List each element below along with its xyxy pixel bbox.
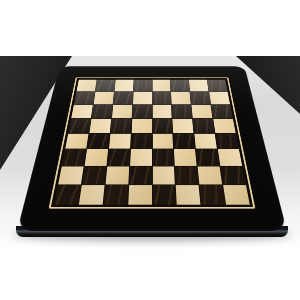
square-d4 [131,133,152,148]
square-c5 [110,119,131,133]
square-a3 [62,149,86,166]
square-g7 [190,92,210,104]
square-d1 [128,185,152,204]
square-c1 [103,185,128,204]
square-f8 [171,80,190,92]
square-b6 [92,105,113,118]
square-f3 [174,149,197,166]
board-grid [54,80,250,205]
square-b2 [82,167,106,185]
square-d7 [133,92,152,104]
square-c8 [114,80,133,92]
square-f5 [173,119,194,133]
square-a7 [74,92,95,104]
square-h8 [208,80,228,92]
square-e4 [152,133,173,148]
square-c6 [112,105,132,118]
square-h4 [216,133,239,148]
square-b3 [84,149,107,166]
square-h1 [223,185,250,204]
product-photo [0,0,300,300]
square-f2 [175,167,199,185]
square-h2 [221,167,246,185]
square-e8 [152,80,170,92]
square-f4 [173,133,195,148]
square-g1 [200,185,226,204]
square-a6 [71,105,92,118]
square-h6 [211,105,232,118]
square-b1 [79,185,105,204]
square-a5 [68,119,90,133]
square-a4 [65,133,88,148]
square-g8 [189,80,208,92]
square-a2 [58,167,83,185]
square-g4 [195,133,218,148]
square-c4 [109,133,131,148]
square-c7 [113,92,132,104]
square-b5 [89,119,111,133]
square-c2 [105,167,129,185]
square-h5 [213,119,235,133]
square-f1 [176,185,201,204]
square-g6 [192,105,213,118]
background-white [0,0,300,56]
square-b4 [87,133,110,148]
square-g5 [193,119,215,133]
square-d2 [129,167,152,185]
square-g3 [196,149,219,166]
square-b7 [94,92,114,104]
square-h3 [218,149,242,166]
square-e3 [152,149,174,166]
square-a1 [54,185,81,204]
square-e7 [152,92,171,104]
square-f6 [172,105,192,118]
square-h7 [209,92,230,104]
square-e5 [152,119,172,133]
square-e1 [152,185,176,204]
square-a8 [77,80,97,92]
square-d6 [132,105,152,118]
square-d3 [130,149,152,166]
square-c3 [107,149,130,166]
square-f7 [171,92,190,104]
square-b8 [95,80,114,92]
square-d8 [133,80,151,92]
square-e6 [152,105,172,118]
board-frame [17,66,287,231]
chessboard [17,66,287,231]
square-d5 [131,119,151,133]
square-g2 [198,167,222,185]
square-e2 [152,167,175,185]
